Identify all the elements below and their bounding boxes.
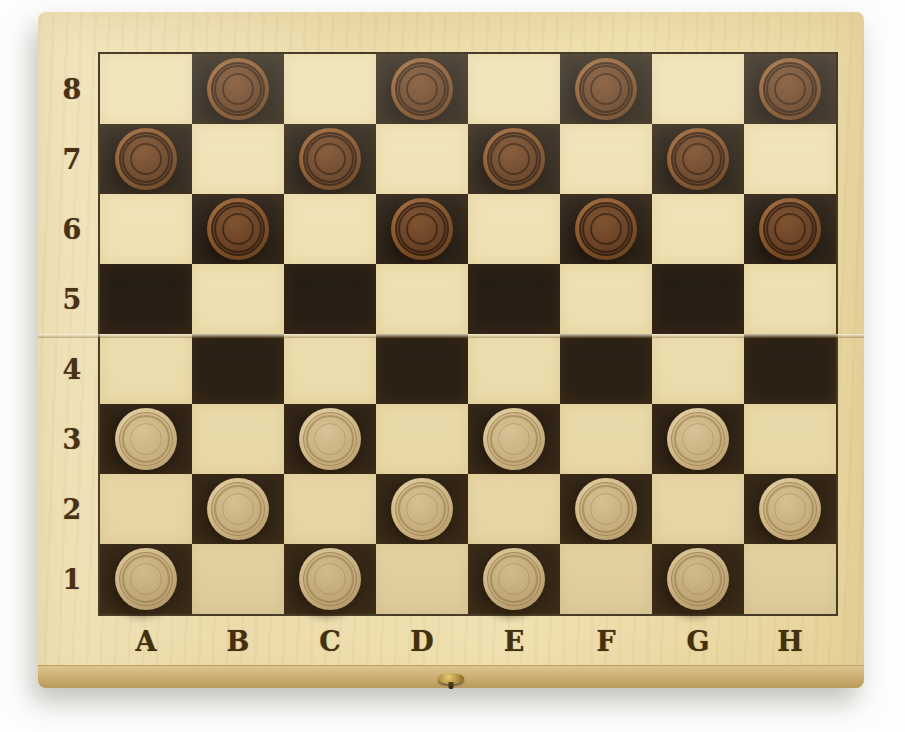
square-c8[interactable]	[284, 54, 376, 124]
square-b5[interactable]	[192, 264, 284, 334]
piece-ring	[682, 563, 714, 595]
square-b7[interactable]	[192, 124, 284, 194]
file-labels: ABCDEFGH	[100, 620, 836, 662]
square-d2[interactable]	[376, 474, 468, 544]
piece-ring	[498, 423, 530, 455]
piece-ring	[774, 493, 806, 525]
square-h5[interactable]	[744, 264, 836, 334]
rank-label-6: 6	[50, 194, 94, 264]
square-d5[interactable]	[376, 264, 468, 334]
file-label-a: A	[100, 620, 192, 662]
piece-ring	[406, 213, 438, 245]
piece-ring	[222, 73, 254, 105]
piece-ring	[130, 563, 162, 595]
square-b3[interactable]	[192, 404, 284, 474]
square-e8[interactable]	[468, 54, 560, 124]
dark-checker-piece[interactable]	[667, 128, 729, 190]
piece-ring	[314, 423, 346, 455]
square-g2[interactable]	[652, 474, 744, 544]
checkers-board: 87654321 ABCDEFGH	[38, 12, 864, 688]
dark-checker-piece[interactable]	[391, 58, 453, 120]
square-h2[interactable]	[744, 474, 836, 544]
board-grid	[100, 54, 836, 614]
square-c6[interactable]	[284, 194, 376, 264]
square-g6[interactable]	[652, 194, 744, 264]
square-e7[interactable]	[468, 124, 560, 194]
square-h6[interactable]	[744, 194, 836, 264]
piece-ring	[406, 73, 438, 105]
square-f4[interactable]	[560, 334, 652, 404]
rank-label-5: 5	[50, 264, 94, 334]
square-d8[interactable]	[376, 54, 468, 124]
file-label-g: G	[652, 620, 744, 662]
square-b2[interactable]	[192, 474, 284, 544]
square-e5[interactable]	[468, 264, 560, 334]
piece-ring	[590, 493, 622, 525]
square-a6[interactable]	[100, 194, 192, 264]
square-g4[interactable]	[652, 334, 744, 404]
photo-background: 87654321 ABCDEFGH	[0, 0, 905, 732]
light-checker-piece[interactable]	[667, 408, 729, 470]
rank-label-2: 2	[50, 474, 94, 544]
rank-label-1: 1	[50, 544, 94, 614]
square-a1[interactable]	[100, 544, 192, 614]
dark-checker-piece[interactable]	[483, 128, 545, 190]
rank-label-8: 8	[50, 54, 94, 124]
dark-checker-piece[interactable]	[759, 58, 821, 120]
file-label-h: H	[744, 620, 836, 662]
piece-ring	[406, 493, 438, 525]
square-d7[interactable]	[376, 124, 468, 194]
piece-ring	[130, 423, 162, 455]
square-f2[interactable]	[560, 474, 652, 544]
square-g7[interactable]	[652, 124, 744, 194]
file-label-d: D	[376, 620, 468, 662]
square-c3[interactable]	[284, 404, 376, 474]
square-f6[interactable]	[560, 194, 652, 264]
square-e2[interactable]	[468, 474, 560, 544]
light-checker-piece[interactable]	[483, 548, 545, 610]
square-a2[interactable]	[100, 474, 192, 544]
dark-checker-piece[interactable]	[575, 198, 637, 260]
square-e3[interactable]	[468, 404, 560, 474]
square-a4[interactable]	[100, 334, 192, 404]
square-c1[interactable]	[284, 544, 376, 614]
square-b8[interactable]	[192, 54, 284, 124]
square-c5[interactable]	[284, 264, 376, 334]
light-checker-piece[interactable]	[759, 478, 821, 540]
square-b1[interactable]	[192, 544, 284, 614]
square-f3[interactable]	[560, 404, 652, 474]
piece-ring	[774, 73, 806, 105]
square-h4[interactable]	[744, 334, 836, 404]
rank-labels: 87654321	[50, 54, 94, 614]
square-e4[interactable]	[468, 334, 560, 404]
piece-ring	[682, 423, 714, 455]
dark-checker-piece[interactable]	[207, 198, 269, 260]
light-checker-piece[interactable]	[299, 548, 361, 610]
square-a7[interactable]	[100, 124, 192, 194]
light-checker-piece[interactable]	[483, 408, 545, 470]
light-checker-piece[interactable]	[575, 478, 637, 540]
square-b4[interactable]	[192, 334, 284, 404]
square-a8[interactable]	[100, 54, 192, 124]
piece-ring	[590, 213, 622, 245]
square-f7[interactable]	[560, 124, 652, 194]
piece-ring	[774, 213, 806, 245]
square-e6[interactable]	[468, 194, 560, 264]
piece-ring	[498, 143, 530, 175]
file-label-f: F	[560, 620, 652, 662]
piece-ring	[590, 73, 622, 105]
square-a5[interactable]	[100, 264, 192, 334]
piece-ring	[682, 143, 714, 175]
square-d3[interactable]	[376, 404, 468, 474]
square-d1[interactable]	[376, 544, 468, 614]
piece-ring	[130, 143, 162, 175]
square-b6[interactable]	[192, 194, 284, 264]
brass-clasp	[438, 673, 464, 684]
light-checker-piece[interactable]	[299, 408, 361, 470]
square-g3[interactable]	[652, 404, 744, 474]
rank-label-4: 4	[50, 334, 94, 404]
dark-checker-piece[interactable]	[575, 58, 637, 120]
piece-ring	[314, 563, 346, 595]
light-checker-piece[interactable]	[115, 408, 177, 470]
dark-checker-piece[interactable]	[115, 128, 177, 190]
file-label-c: C	[284, 620, 376, 662]
file-label-b: B	[192, 620, 284, 662]
square-d6[interactable]	[376, 194, 468, 264]
square-h3[interactable]	[744, 404, 836, 474]
square-c2[interactable]	[284, 474, 376, 544]
square-f8[interactable]	[560, 54, 652, 124]
rank-label-3: 3	[50, 404, 94, 474]
square-g5[interactable]	[652, 264, 744, 334]
piece-ring	[222, 493, 254, 525]
square-h8[interactable]	[744, 54, 836, 124]
light-checker-piece[interactable]	[115, 548, 177, 610]
dark-checker-piece[interactable]	[207, 58, 269, 120]
piece-ring	[222, 213, 254, 245]
square-g8[interactable]	[652, 54, 744, 124]
square-a3[interactable]	[100, 404, 192, 474]
square-h1[interactable]	[744, 544, 836, 614]
square-e1[interactable]	[468, 544, 560, 614]
square-f5[interactable]	[560, 264, 652, 334]
square-g1[interactable]	[652, 544, 744, 614]
dark-checker-piece[interactable]	[759, 198, 821, 260]
light-checker-piece[interactable]	[667, 548, 729, 610]
square-c4[interactable]	[284, 334, 376, 404]
square-c7[interactable]	[284, 124, 376, 194]
square-f1[interactable]	[560, 544, 652, 614]
square-h7[interactable]	[744, 124, 836, 194]
light-checker-piece[interactable]	[391, 478, 453, 540]
square-d4[interactable]	[376, 334, 468, 404]
file-label-e: E	[468, 620, 560, 662]
dark-checker-piece[interactable]	[299, 128, 361, 190]
rank-label-7: 7	[50, 124, 94, 194]
piece-ring	[314, 143, 346, 175]
dark-checker-piece[interactable]	[391, 198, 453, 260]
light-checker-piece[interactable]	[207, 478, 269, 540]
piece-ring	[498, 563, 530, 595]
